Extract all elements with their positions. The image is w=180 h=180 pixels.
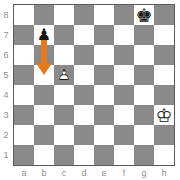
file-label-e: e — [94, 167, 114, 179]
file-label-a: a — [14, 167, 34, 179]
rank-label-6: 6 — [0, 45, 12, 65]
white-piece-outline: ♙ — [54, 65, 74, 85]
white-pawn-c5[interactable]: ♟♙ — [54, 65, 74, 85]
rank-label-8: 8 — [0, 5, 12, 25]
black-king-g8[interactable]: ♚ — [134, 5, 154, 25]
rank-label-7: 7 — [0, 25, 12, 45]
file-label-f: f — [114, 167, 134, 179]
chess-board: ♚♟♟♙♚♔ — [13, 4, 175, 166]
rank-label-5: 5 — [0, 65, 12, 85]
rank-label-3: 3 — [0, 105, 12, 125]
white-piece-outline: ♔ — [154, 105, 174, 125]
file-label-c: c — [54, 167, 74, 179]
file-label-d: d — [74, 167, 94, 179]
rank-labels: 87654321 — [0, 5, 12, 165]
rank-label-1: 1 — [0, 145, 12, 165]
chess-diagram: 87654321 ♚♟♟♙♚♔ abcdefgh — [0, 0, 180, 180]
black-pawn-b7[interactable]: ♟ — [34, 25, 54, 45]
file-label-h: h — [154, 167, 174, 179]
rank-label-4: 4 — [0, 85, 12, 105]
file-labels: abcdefgh — [14, 167, 174, 179]
file-label-g: g — [134, 167, 154, 179]
white-king-h3[interactable]: ♚♔ — [154, 105, 174, 125]
file-label-b: b — [34, 167, 54, 179]
rank-label-2: 2 — [0, 125, 12, 145]
pieces-layer: ♚♟♟♙♚♔ — [14, 5, 174, 165]
